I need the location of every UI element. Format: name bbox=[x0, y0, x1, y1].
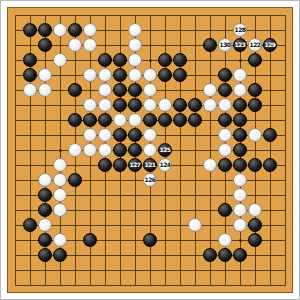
white-stone bbox=[248, 128, 262, 142]
black-stone bbox=[233, 158, 247, 172]
white-stone bbox=[233, 83, 247, 97]
black-stone bbox=[128, 83, 142, 97]
black-stone bbox=[248, 83, 262, 97]
black-stone bbox=[23, 218, 37, 232]
white-stone bbox=[203, 83, 217, 97]
black-stone bbox=[83, 113, 97, 127]
black-stone bbox=[38, 233, 52, 247]
star-point bbox=[149, 59, 152, 62]
white-stone bbox=[158, 98, 172, 112]
white-stone bbox=[233, 188, 247, 202]
black-stone bbox=[128, 128, 142, 142]
black-stone bbox=[233, 143, 247, 157]
white-stone bbox=[128, 23, 142, 37]
black-stone bbox=[203, 248, 217, 262]
white-stone bbox=[233, 173, 247, 187]
white-stone bbox=[68, 38, 82, 52]
white-stone bbox=[68, 143, 82, 157]
black-stone: 123 bbox=[233, 38, 247, 52]
white-stone bbox=[83, 68, 97, 82]
black-stone bbox=[23, 68, 37, 82]
black-stone bbox=[248, 98, 262, 112]
white-stone bbox=[218, 98, 232, 112]
white-stone bbox=[83, 98, 97, 112]
black-stone bbox=[98, 53, 112, 67]
white-stone bbox=[83, 128, 97, 142]
black-stone bbox=[128, 98, 142, 112]
move-number-label: 123 bbox=[234, 42, 245, 48]
white-stone bbox=[98, 98, 112, 112]
white-stone: 126 bbox=[143, 173, 157, 187]
black-stone bbox=[218, 248, 232, 262]
white-stone bbox=[113, 113, 127, 127]
black-stone bbox=[233, 113, 247, 127]
white-stone bbox=[128, 68, 142, 82]
black-stone bbox=[83, 233, 97, 247]
white-stone bbox=[53, 233, 67, 247]
white-stone bbox=[83, 23, 97, 37]
black-stone bbox=[38, 203, 52, 217]
white-stone bbox=[203, 98, 217, 112]
black-stone bbox=[113, 98, 127, 112]
white-stone: 128 bbox=[233, 23, 247, 37]
white-stone bbox=[38, 83, 52, 97]
white-stone bbox=[143, 128, 157, 142]
black-stone bbox=[128, 143, 142, 157]
black-stone bbox=[203, 38, 217, 52]
black-stone bbox=[188, 98, 202, 112]
black-stone bbox=[23, 23, 37, 37]
white-stone bbox=[98, 68, 112, 82]
black-stone bbox=[248, 233, 262, 247]
move-number-label: 127 bbox=[129, 162, 140, 168]
white-stone bbox=[218, 128, 232, 142]
black-stone bbox=[143, 233, 157, 247]
black-stone bbox=[263, 128, 277, 142]
black-stone bbox=[263, 158, 277, 172]
white-stone bbox=[98, 83, 112, 97]
black-stone bbox=[23, 53, 37, 67]
black-stone bbox=[218, 158, 232, 172]
move-number-label: 130 bbox=[219, 42, 230, 48]
white-stone: 122 bbox=[248, 38, 262, 52]
white-stone bbox=[128, 113, 142, 127]
star-point bbox=[239, 239, 242, 242]
white-stone bbox=[233, 203, 247, 217]
black-stone bbox=[38, 248, 52, 262]
black-stone bbox=[218, 68, 232, 82]
white-stone bbox=[98, 143, 112, 157]
go-board[interactable]: 128130123122129125127121124126 bbox=[7, 7, 293, 293]
move-number-label: 122 bbox=[249, 42, 260, 48]
black-stone: 129 bbox=[263, 38, 277, 52]
move-number-label: 126 bbox=[144, 177, 155, 183]
white-stone bbox=[53, 203, 67, 217]
black-stone bbox=[248, 53, 262, 67]
black-stone bbox=[173, 113, 187, 127]
white-stone bbox=[143, 68, 157, 82]
black-stone bbox=[233, 98, 247, 112]
white-stone bbox=[98, 128, 112, 142]
black-stone bbox=[113, 68, 127, 82]
grid-line-vertical bbox=[270, 15, 271, 286]
white-stone bbox=[53, 188, 67, 202]
white-stone bbox=[233, 218, 247, 232]
star-point bbox=[59, 149, 62, 152]
black-stone: 121 bbox=[143, 158, 157, 172]
black-stone bbox=[113, 158, 127, 172]
black-stone bbox=[218, 83, 232, 97]
black-stone bbox=[68, 83, 82, 97]
white-stone: 130 bbox=[218, 38, 232, 52]
white-stone bbox=[128, 38, 142, 52]
white-stone bbox=[38, 68, 52, 82]
white-stone bbox=[143, 98, 157, 112]
white-stone bbox=[128, 53, 142, 67]
black-stone bbox=[233, 248, 247, 262]
grid-line-vertical bbox=[285, 15, 286, 286]
white-stone bbox=[83, 143, 97, 157]
black-stone bbox=[98, 113, 112, 127]
grid-line-vertical bbox=[195, 15, 196, 286]
black-stone bbox=[68, 113, 82, 127]
white-stone bbox=[188, 218, 202, 232]
black-stone bbox=[68, 173, 82, 187]
star-point bbox=[239, 59, 242, 62]
white-stone bbox=[38, 218, 52, 232]
black-stone bbox=[188, 113, 202, 127]
white-stone bbox=[53, 173, 67, 187]
white-stone: 124 bbox=[158, 158, 172, 172]
black-stone bbox=[68, 23, 82, 37]
black-stone bbox=[218, 203, 232, 217]
black-stone bbox=[98, 158, 112, 172]
white-stone bbox=[83, 38, 97, 52]
black-stone bbox=[248, 158, 262, 172]
screenshot-frame: 128130123122129125127121124126 bbox=[0, 0, 300, 300]
black-stone bbox=[38, 23, 52, 37]
move-number-label: 128 bbox=[234, 27, 245, 33]
black-stone bbox=[173, 98, 187, 112]
white-stone bbox=[53, 23, 67, 37]
black-stone bbox=[38, 38, 52, 52]
grid-line-horizontal bbox=[15, 285, 286, 286]
white-stone bbox=[218, 233, 232, 247]
white-stone bbox=[203, 158, 217, 172]
white-stone bbox=[248, 203, 262, 217]
black-stone bbox=[53, 248, 67, 262]
white-stone bbox=[143, 83, 157, 97]
white-stone bbox=[23, 83, 37, 97]
black-stone bbox=[158, 113, 172, 127]
black-stone bbox=[38, 188, 52, 202]
black-stone bbox=[143, 113, 157, 127]
black-stone bbox=[218, 113, 232, 127]
black-stone bbox=[173, 53, 187, 67]
black-stone bbox=[113, 53, 127, 67]
black-stone bbox=[113, 128, 127, 142]
black-stone bbox=[158, 53, 172, 67]
black-stone: 127 bbox=[128, 158, 142, 172]
move-number-label: 121 bbox=[144, 162, 155, 168]
black-stone bbox=[113, 143, 127, 157]
black-stone bbox=[113, 83, 127, 97]
white-stone bbox=[143, 143, 157, 157]
white-stone bbox=[53, 53, 67, 67]
white-stone bbox=[38, 173, 52, 187]
grid-line-horizontal bbox=[15, 270, 286, 271]
black-stone bbox=[158, 68, 172, 82]
grid-line-vertical bbox=[210, 15, 211, 286]
black-stone: 125 bbox=[158, 143, 172, 157]
move-number-label: 124 bbox=[159, 162, 170, 168]
white-stone bbox=[218, 143, 232, 157]
white-stone bbox=[233, 68, 247, 82]
black-stone bbox=[173, 68, 187, 82]
black-stone bbox=[248, 218, 262, 232]
black-stone bbox=[233, 128, 247, 142]
white-stone bbox=[53, 158, 67, 172]
move-number-label: 125 bbox=[159, 147, 170, 153]
move-number-label: 129 bbox=[264, 42, 275, 48]
